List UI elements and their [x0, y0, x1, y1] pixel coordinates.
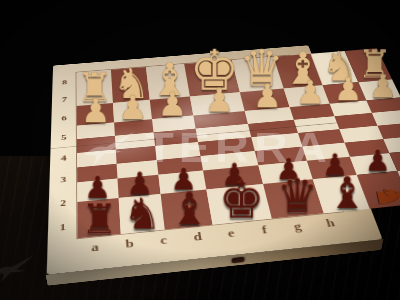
- light-pawn: ♟: [334, 73, 363, 105]
- square-c5: [154, 129, 199, 146]
- light-pawn: ♟: [204, 84, 233, 117]
- file-label: a: [78, 235, 114, 272]
- square-a7: ♟: [77, 103, 114, 126]
- square-f1: ♝: [313, 175, 370, 213]
- square-a1: ♜: [77, 198, 120, 238]
- light-pawn: ♟: [118, 91, 148, 124]
- file-label: f: [246, 218, 287, 253]
- square-c1: ♝: [161, 190, 213, 230]
- rank-labels-left: 87654321: [48, 73, 78, 242]
- rank-label: 1: [48, 213, 78, 241]
- light-pawn: ♟: [158, 88, 187, 121]
- square-a4: [77, 150, 116, 168]
- rank-label: 3: [49, 167, 77, 192]
- dark-knight: ♞: [123, 193, 161, 236]
- square-h7: ♟: [358, 79, 400, 100]
- photo-background: 87654321 87654321 abcdefgh ♜♞♝♚♛♝♞♜♟♟♟♟♟…: [0, 0, 400, 300]
- square-a5: [77, 136, 115, 153]
- file-label: d: [179, 225, 218, 261]
- square-b7: ♟: [113, 100, 152, 123]
- dark-bishop: ♝: [327, 171, 366, 215]
- dark-pawn: ♟: [364, 147, 390, 176]
- chess-board: 87654321 87654321 abcdefgh ♜♞♝♚♛♝♞♜♟♟♟♟♟…: [47, 45, 383, 274]
- square-c4: [155, 142, 200, 160]
- rank-label: 2: [48, 189, 77, 216]
- dark-rook: ♜: [81, 199, 118, 240]
- rank-label: 8: [52, 73, 76, 92]
- square-e1: ♛: [263, 179, 324, 218]
- scene: 87654321 87654321 abcdefgh ♜♞♝♚♛♝♞♜♟♟♟♟♟…: [0, 0, 400, 300]
- clasp: [231, 257, 244, 263]
- rank-label: 4: [50, 146, 77, 170]
- light-pawn: ♟: [80, 94, 110, 127]
- square-b1: ♞: [118, 194, 165, 234]
- rank-label: 7: [52, 89, 77, 109]
- light-pawn: ♟: [369, 70, 398, 102]
- square-b5: [115, 132, 156, 149]
- dark-bishop: ♝: [169, 186, 209, 231]
- file-label: c: [146, 228, 184, 264]
- square-d1: ♚: [207, 184, 272, 225]
- square-c7: ♟: [150, 96, 194, 119]
- rank-label: 6: [51, 107, 77, 128]
- dark-queen: ♛: [277, 173, 319, 219]
- dark-king: ♚: [219, 174, 265, 225]
- light-pawn: ♟: [253, 80, 282, 112]
- rank-label: 5: [51, 126, 77, 148]
- dark-knight-fallen: ♞: [370, 185, 400, 210]
- file-label: b: [112, 231, 149, 267]
